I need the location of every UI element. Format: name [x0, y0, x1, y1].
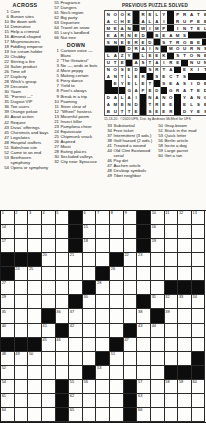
grid-cell-r11c7[interactable] [83, 352, 97, 366]
grid-cell-r9c4[interactable]: 41 [42, 324, 56, 338]
grid-cell-r2c3[interactable] [28, 225, 42, 239]
block-cell [69, 211, 83, 225]
grid-cell-r9c3[interactable] [28, 324, 42, 338]
grid-cell-r14c2[interactable] [15, 394, 29, 408]
grid-cell-r7c1[interactable]: 29 [1, 295, 15, 309]
prev-letter-cell: A [140, 18, 147, 25]
grid-cell-r2c13[interactable] [165, 225, 179, 239]
grid-cell-r7c10[interactable] [124, 295, 138, 309]
grid-cell-r2c10[interactable] [124, 225, 138, 239]
prev-letter-cell: E [195, 18, 202, 25]
grid-cell-r3c5[interactable] [56, 239, 70, 253]
grid-cell-r10c11[interactable] [137, 338, 151, 352]
prev-letter-cell: S [154, 73, 161, 80]
grid-cell-r13c2[interactable] [15, 380, 29, 394]
grid-cell-r12c9[interactable] [110, 366, 124, 380]
grid-cell-r10c14[interactable] [178, 338, 192, 352]
grid-cell-r9c13[interactable] [165, 324, 179, 338]
prev-letter-cell: E [202, 80, 206, 87]
cell-number: 35 [2, 310, 6, 314]
grid-cell-r13c14[interactable]: 59 [178, 380, 192, 394]
cell-number: 31 [152, 295, 156, 299]
grid-cell-r11c11[interactable] [137, 352, 151, 366]
prev-letter-cell: T [195, 11, 202, 18]
grid-cell-r6c5[interactable] [56, 281, 70, 295]
block-cell [56, 380, 70, 394]
grid-cell-r8c14[interactable] [178, 309, 192, 323]
grid-cell-r8c6[interactable]: 37 [69, 309, 83, 323]
grid-cell-r6c1[interactable]: 27 [1, 281, 15, 295]
grid-cell-r1c5[interactable]: 5 [56, 211, 70, 225]
grid-cell-r7c12[interactable]: 31 [151, 295, 165, 309]
prev-letter-cell: P [161, 25, 168, 32]
grid-cell-r13c11[interactable]: 57 [137, 380, 151, 394]
prev-letter-cell: A [105, 73, 112, 80]
prev-letter-cell: T [112, 60, 119, 67]
grid-cell-r5c13[interactable] [165, 267, 179, 281]
prev-letter-cell: D [105, 94, 112, 101]
grid-cell-r7c2[interactable] [15, 295, 29, 309]
grid-cell-r15c4[interactable] [42, 408, 56, 422]
prev-letter-cell: T [167, 39, 174, 46]
cell-number: 52 [2, 366, 6, 370]
prev-letter-cell: U [112, 108, 119, 115]
grid-cell-r11c12[interactable] [151, 352, 165, 366]
prev-letter-cell: S [147, 67, 154, 74]
grid-cell-r1c14[interactable]: 12 [178, 211, 192, 225]
prev-letter-cell: E [174, 60, 181, 67]
grid-cell-r15c8[interactable] [96, 408, 110, 422]
prev-letter-cell: N [105, 67, 112, 74]
grid-cell-r3c4[interactable] [42, 239, 56, 253]
block-cell [56, 324, 70, 338]
block-cell [151, 309, 165, 323]
grid-cell-r11c1[interactable]: 48 [1, 352, 15, 366]
grid-cell-r7c13[interactable]: 32 [165, 295, 179, 309]
grid-cell-r9c2[interactable] [15, 324, 29, 338]
grid-cell-r10c6[interactable] [69, 338, 83, 352]
prev-block-cell [174, 67, 181, 74]
prev-letter-cell: R [154, 101, 161, 108]
grid-cell-r13c13[interactable]: 58 [165, 380, 179, 394]
grid-cell-r1c8[interactable]: 7 [96, 211, 110, 225]
grid-cell-r7c9[interactable] [110, 295, 124, 309]
cell-number: 64 [2, 408, 6, 412]
grid-cell-r2c12[interactable]: 16 [151, 225, 165, 239]
prev-letter-cell: S [181, 80, 188, 87]
grid-cell-r10c8[interactable] [96, 338, 110, 352]
grid-cell-r14c3[interactable] [28, 394, 42, 408]
prev-letter-cell: L [140, 53, 147, 60]
cell-number: 4 [43, 211, 45, 215]
grid-cell-r11c5[interactable] [56, 352, 70, 366]
grid-cell-r12c8[interactable]: 53 [96, 366, 110, 380]
grid-cell-r6c11[interactable] [137, 281, 151, 295]
grid-cell-r5c9[interactable]: 26 [110, 267, 124, 281]
grid-cell-r13c12[interactable] [151, 380, 165, 394]
grid-cell-r1c7[interactable]: 6 [83, 211, 97, 225]
clue-text: Cartoon voice — Blanc [61, 48, 93, 58]
across-clue-column: ACROSS 1Corn6Bunion sites10Be down with1… [1, 1, 49, 171]
grid-cell-r12c1[interactable]: 52 [1, 366, 15, 380]
prev-letter-cell: R [133, 39, 140, 46]
grid-cell-r15c3[interactable] [28, 408, 42, 422]
prev-letter-cell: O [112, 67, 119, 74]
grid-cell-r15c15[interactable] [192, 408, 206, 422]
prev-letter-cell: L [105, 53, 112, 60]
down-clue-subcolumns: 33Substantial34Free ticket37Intermittent… [104, 124, 206, 179]
grid-cell-r1c13[interactable]: 11 [165, 211, 179, 225]
grid-cell-r13c1[interactable]: 54 [1, 380, 15, 394]
grid-cell-r3c12[interactable]: 19 [151, 239, 165, 253]
puzzle-date: 11-13-20 [104, 117, 117, 121]
prev-block-cell [119, 87, 126, 94]
grid-cell-r4c8[interactable] [96, 253, 110, 267]
prev-letter-cell: A [105, 101, 112, 108]
grid-cell-r11c6[interactable] [69, 352, 83, 366]
prev-letter-cell: R [167, 108, 174, 115]
prev-letter-cell: T [161, 67, 168, 74]
grid-cell-r9c9[interactable] [110, 324, 124, 338]
grid-cell-r3c1[interactable]: 17 [1, 239, 15, 253]
cell-number: 27 [2, 281, 6, 285]
grid-cell-r2c8[interactable] [96, 225, 110, 239]
cell-number: 5 [56, 211, 58, 215]
prev-letter-cell: K [126, 11, 133, 18]
grid-cell-r8c10[interactable] [124, 309, 138, 323]
grid-cell-r11c14[interactable] [178, 352, 192, 366]
prev-block-cell [133, 25, 140, 32]
grid-cell-r14c6[interactable]: 62 [69, 394, 83, 408]
grid-cell-r15c6[interactable]: 65 [69, 408, 83, 422]
grid-cell-r9c14[interactable] [178, 324, 192, 338]
prev-letter-cell: S [181, 32, 188, 39]
grid-cell-r14c9[interactable] [110, 394, 124, 408]
grid-cell-r2c7[interactable]: 15 [83, 225, 97, 239]
grid-cell-r9c1[interactable]: 40 [1, 324, 15, 338]
prev-letter-cell: B [188, 39, 195, 46]
block-cell [110, 253, 124, 267]
grid-cell-r15c9[interactable] [110, 408, 124, 422]
prev-block-cell [119, 46, 126, 53]
prev-letter-cell: E [133, 73, 140, 80]
prev-block-cell [126, 60, 133, 67]
grid-cell-r5c15[interactable] [192, 267, 206, 281]
prev-letter-cell: A [112, 53, 119, 60]
prev-letter-cell: E [195, 25, 202, 32]
grid-cell-r3c2[interactable] [15, 239, 29, 253]
grid-cell-r5c12[interactable] [151, 267, 165, 281]
prev-letter-cell: N [154, 46, 161, 53]
prev-letter-cell: R [119, 32, 126, 39]
grid-cell-r12c4[interactable] [42, 366, 56, 380]
prev-letter-cell: T [119, 108, 126, 115]
prev-letter-cell: R [174, 87, 181, 94]
grid-cell-r15c2[interactable] [15, 408, 29, 422]
grid-cell-r13c6[interactable]: 55 [69, 380, 83, 394]
block-cell [137, 225, 151, 239]
grid-cell-r11c10[interactable] [124, 352, 138, 366]
grid-cell-r5c2[interactable]: 24 [15, 267, 29, 281]
grid-cell-r12c10[interactable] [124, 366, 138, 380]
grid-cell-r3c3[interactable] [28, 239, 42, 253]
grid-cell-r14c4[interactable] [42, 394, 56, 408]
prev-letter-cell: T [147, 80, 154, 87]
grid-cell-r14c12[interactable] [151, 394, 165, 408]
grid-cell-r6c10[interactable] [124, 281, 138, 295]
grid-cell-r5c6[interactable] [69, 267, 83, 281]
grid-cell-r1c9[interactable]: 8 [110, 211, 124, 225]
prev-letter-cell: E [112, 80, 119, 87]
grid-cell-r13c9[interactable] [110, 380, 124, 394]
grid-cell-r3c8[interactable] [96, 239, 110, 253]
prev-letter-cell: O [167, 94, 174, 101]
prev-letter-cell: H [119, 18, 126, 25]
grid-cell-r2c4[interactable] [42, 225, 56, 239]
grid-cell-r11c2[interactable]: 49 [15, 352, 29, 366]
clue-number: 66 [51, 36, 59, 41]
grid-cell-r14c14[interactable] [178, 394, 192, 408]
prev-letter-cell: R [140, 73, 147, 80]
prev-letter-cell: D [154, 87, 161, 94]
cell-number: 10 [152, 211, 156, 215]
grid-cell-r1c4[interactable]: 4 [42, 211, 56, 225]
grid-cell-r5c3[interactable]: 25 [28, 267, 42, 281]
grid-cell-r10c12[interactable] [151, 338, 165, 352]
grid-cell-r5c14[interactable] [178, 267, 192, 281]
prev-letter-cell: S [147, 108, 154, 115]
cell-number: 3 [29, 211, 31, 215]
grid-cell-r10c15[interactable] [192, 338, 206, 352]
grid-cell-r3c13[interactable] [165, 239, 179, 253]
grid-cell-r1c3[interactable]: 3 [28, 211, 42, 225]
grid-cell-r6c8[interactable]: 28 [96, 281, 110, 295]
grid-cell-r8c8[interactable] [96, 309, 110, 323]
grid-cell-r3c9[interactable] [110, 239, 124, 253]
prev-letter-cell: O [174, 46, 181, 53]
grid-cell-r9c11[interactable]: 43 [137, 324, 151, 338]
grid-cell-r12c3[interactable] [28, 366, 42, 380]
prev-letter-cell: E [119, 60, 126, 67]
prev-block-cell [181, 60, 188, 67]
grid-cell-r2c1[interactable]: 14 [1, 225, 15, 239]
previous-puzzle-title: PREVIOUS PUZZLE SOLVED [104, 3, 206, 8]
grid-cell-r7c15[interactable]: 34 [192, 295, 206, 309]
grid-cell-r15c14[interactable] [178, 408, 192, 422]
grid-cell-r11c9[interactable]: 51 [110, 352, 124, 366]
prev-letter-cell: L [147, 18, 154, 25]
grid-cell-r14c13[interactable] [165, 394, 179, 408]
clue-text: City near Syracuse [61, 159, 97, 164]
grid-cell-r8c3[interactable] [28, 309, 42, 323]
grid-cell-r4c6[interactable]: 21 [69, 253, 83, 267]
grid-cell-r6c6[interactable] [69, 281, 83, 295]
grid-cell-r14c1[interactable]: 61 [1, 394, 15, 408]
grid-cell-r6c2[interactable] [15, 281, 29, 295]
prev-letter-cell: A [154, 94, 161, 101]
grid-cell-r11c13[interactable] [165, 352, 179, 366]
grid-cell-r2c14[interactable] [178, 225, 192, 239]
prev-letter-cell: U [195, 60, 202, 67]
grid-cell-r7c3[interactable] [28, 295, 42, 309]
prev-letter-cell: E [161, 73, 168, 80]
grid-cell-r8c9[interactable] [110, 309, 124, 323]
grid-cell-r8c2[interactable] [15, 309, 29, 323]
grid-cell-r7c8[interactable] [96, 295, 110, 309]
prev-letter-cell: S [161, 39, 168, 46]
grid-cell-r1c12[interactable]: 10 [151, 211, 165, 225]
block-cell [137, 239, 151, 253]
grid-cell-r10c13[interactable] [165, 338, 179, 352]
grid-cell-r15c1[interactable]: 64 [1, 408, 15, 422]
grid-cell-r14c15[interactable] [192, 394, 206, 408]
grid-cell-r2c2[interactable] [15, 225, 29, 239]
grid-cell-r13c7[interactable]: 56 [83, 380, 97, 394]
prev-block-cell [195, 32, 202, 39]
grid-cell-r12c11[interactable] [137, 366, 151, 380]
grid-cell-r15c13[interactable] [165, 408, 179, 422]
grid-cell-r3c14[interactable] [178, 239, 192, 253]
prev-block-cell [167, 25, 174, 32]
prev-letter-cell: C [112, 18, 119, 25]
block-cell [83, 281, 97, 295]
grid-cell-r2c15[interactable] [192, 225, 206, 239]
grid-cell-r5c5[interactable] [56, 267, 70, 281]
grid-cell-r13c3[interactable] [28, 380, 42, 394]
grid-cell-r9c12[interactable]: 44 [151, 324, 165, 338]
prev-letter-cell: O [119, 11, 126, 18]
grid-cell-r12c12[interactable] [151, 366, 165, 380]
prev-letter-cell: R [167, 60, 174, 67]
grid-cell-r7c4[interactable] [42, 295, 56, 309]
prev-block-cell [147, 73, 154, 80]
main-crossword-grid: 1234567891011121314151617181920212223242… [0, 210, 206, 423]
grid-cell-r8c13[interactable]: 39 [165, 309, 179, 323]
down-clue-list-end: 50Gray-brown51Stuck in the mud53Quick le… [155, 124, 206, 179]
prev-letter-cell: Y [161, 11, 168, 18]
grid-cell-r4c7[interactable] [83, 253, 97, 267]
prev-letter-cell: R [154, 67, 161, 74]
grid-cell-r12c5[interactable] [56, 366, 70, 380]
grid-cell-r13c8[interactable] [96, 380, 110, 394]
grid-cell-r11c3[interactable]: 50 [28, 352, 42, 366]
cell-number: 51 [111, 352, 115, 356]
prev-letter-cell: A [105, 18, 112, 25]
prev-letter-cell: O [112, 11, 119, 18]
grid-cell-r13c4[interactable] [42, 380, 56, 394]
grid-cell-r7c5[interactable] [56, 295, 70, 309]
grid-cell-r9c6[interactable]: 42 [69, 324, 83, 338]
grid-cell-r10c5[interactable]: 46 [56, 338, 70, 352]
cell-number: 30 [83, 295, 87, 299]
grid-cell-r9c15[interactable] [192, 324, 206, 338]
prev-block-cell [167, 53, 174, 60]
cell-number: 53 [97, 366, 101, 370]
grid-cell-r1c1[interactable]: 1 [1, 211, 15, 225]
grid-cell-r15c12[interactable] [151, 408, 165, 422]
cell-number: 33 [179, 295, 183, 299]
block-cell [96, 352, 110, 366]
clue-text: Old Clint Eastwood serial [114, 148, 151, 158]
grid-cell-r10c7[interactable] [83, 338, 97, 352]
clue-across-66: 66Nut tree [51, 36, 101, 41]
grid-cell-r14c11[interactable]: 63 [137, 394, 151, 408]
grid-cell-r5c4[interactable] [42, 267, 56, 281]
grid-cell-r11c4[interactable] [42, 352, 56, 366]
grid-cell-r4c5[interactable] [56, 253, 70, 267]
grid-cell-r8c1[interactable]: 35 [1, 309, 15, 323]
grid-cell-r9c8[interactable] [96, 324, 110, 338]
grid-cell-r1c2[interactable]: 2 [15, 211, 29, 225]
cell-number: 29 [2, 295, 6, 299]
grid-cell-r8c15[interactable] [192, 309, 206, 323]
grid-cell-r5c11[interactable] [137, 267, 151, 281]
grid-cell-r15c11[interactable]: 66 [137, 408, 151, 422]
grid-cell-r4c11[interactable]: 23 [137, 253, 151, 267]
grid-cell-r14c7[interactable] [83, 394, 97, 408]
grid-cell-r5c7[interactable] [83, 267, 97, 281]
grid-cell-r9c7[interactable] [83, 324, 97, 338]
block-cell [124, 408, 138, 422]
prev-letter-cell: E [105, 32, 112, 39]
cell-number: 1 [2, 211, 4, 215]
grid-cell-r8c5[interactable]: 36 [56, 309, 70, 323]
grid-cell-r3c15[interactable] [192, 239, 206, 253]
grid-cell-r4c13[interactable] [165, 253, 179, 267]
grid-cell-r4c12[interactable] [151, 253, 165, 267]
grid-cell-r6c9[interactable] [110, 281, 124, 295]
grid-cell-r1c10[interactable]: 9 [124, 211, 138, 225]
cell-number: 18 [83, 239, 87, 243]
grid-cell-r5c10[interactable] [124, 267, 138, 281]
grid-cell-r3c10[interactable] [124, 239, 138, 253]
grid-cell-r7c14[interactable]: 33 [178, 295, 192, 309]
grid-cell-r6c3[interactable] [28, 281, 42, 295]
grid-cell-r4c14[interactable] [178, 253, 192, 267]
grid-cell-r3c7[interactable]: 18 [83, 239, 97, 253]
grid-cell-r12c6[interactable] [69, 366, 83, 380]
grid-cell-r4c15[interactable] [192, 253, 206, 267]
prev-block-cell [147, 32, 154, 39]
clue-across-54: 54Opera or symphony [1, 166, 49, 171]
grid-cell-r2c9[interactable] [110, 225, 124, 239]
grid-cell-r7c7[interactable]: 30 [83, 295, 97, 309]
grid-cell-r4c4[interactable]: 20 [42, 253, 56, 267]
grid-cell-r4c10[interactable]: 22 [124, 253, 138, 267]
grid-cell-r10c10[interactable]: 47 [124, 338, 138, 352]
grid-cell-r2c5[interactable] [56, 225, 70, 239]
grid-cell-r12c2[interactable] [15, 366, 29, 380]
grid-cell-r8c7[interactable] [83, 309, 97, 323]
prev-letter-cell: N [105, 11, 112, 18]
grid-cell-r6c12[interactable] [151, 281, 165, 295]
grid-cell-r6c4[interactable] [42, 281, 56, 295]
prev-letter-cell: D [133, 101, 140, 108]
grid-cell-r1c15[interactable]: 13 [192, 211, 206, 225]
cell-number: 48 [2, 352, 6, 356]
grid-cell-r13c15[interactable]: 60 [192, 380, 206, 394]
grid-cell-r15c7[interactable] [83, 408, 97, 422]
prev-letter-cell: E [195, 39, 202, 46]
prev-letter-cell: A [119, 25, 126, 32]
grid-cell-r8c11[interactable]: 38 [137, 309, 151, 323]
prev-letter-cell: P [174, 11, 181, 18]
clue-down-60: 60Get a tan [155, 154, 206, 159]
grid-cell-r14c8[interactable] [96, 394, 110, 408]
prev-letter-cell: U [181, 46, 188, 53]
grid-cell-r10c4[interactable]: 45 [42, 338, 56, 352]
clue-text: Opera or symphony [11, 165, 49, 170]
